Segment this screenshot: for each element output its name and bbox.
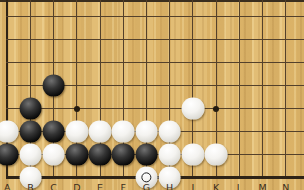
stone-black-B4 [19, 97, 42, 120]
coord-label-B: B [27, 183, 34, 190]
stone-black-B3 [19, 120, 42, 143]
grid-line [6, 62, 304, 63]
grid-line [6, 39, 304, 40]
board-crop-top-line [0, 0, 304, 2]
stone-white-G3 [135, 120, 158, 143]
stone-white-H3 [158, 120, 181, 143]
coord-label-C: C [50, 183, 57, 190]
coord-label-F: F [121, 183, 126, 190]
grid-line [285, 0, 286, 178]
go-app-screenshot: ABCDEFGHJKLMN [0, 0, 304, 190]
grid-line [262, 0, 263, 178]
stone-white-J2 [181, 143, 204, 166]
coord-label-A: A [4, 183, 11, 190]
stone-black-F2 [112, 143, 135, 166]
stone-black-G2 [135, 143, 158, 166]
stone-white-D3 [65, 120, 88, 143]
coord-label-D: D [73, 183, 80, 190]
stone-white-F3 [112, 120, 135, 143]
stone-black-A2 [0, 143, 19, 166]
stone-white-C2 [42, 143, 65, 166]
star-point-K4 [213, 106, 219, 112]
go-board[interactable]: ABCDEFGHJKLMN [0, 0, 304, 190]
stone-black-C5 [42, 74, 65, 97]
stone-white-J4 [181, 97, 204, 120]
stone-white-K2 [205, 143, 228, 166]
coord-label-M: M [258, 183, 266, 190]
stone-black-C3 [42, 120, 65, 143]
coord-label-E: E [97, 183, 103, 190]
grid-line [6, 16, 304, 17]
coord-label-N: N [282, 183, 289, 190]
star-point-D4 [74, 106, 80, 112]
coord-label-J: J [191, 183, 194, 190]
stone-white-E3 [89, 120, 112, 143]
grid-line [239, 0, 240, 178]
stone-white-B2 [19, 143, 42, 166]
coord-label-K: K [213, 183, 219, 190]
stone-white-H2 [158, 143, 181, 166]
coord-label-H: H [166, 183, 173, 190]
grid-line [6, 108, 304, 109]
coord-label-L: L [237, 183, 242, 190]
stone-black-D2 [65, 143, 88, 166]
coord-label-G: G [143, 183, 150, 190]
stone-white-A3 [0, 120, 19, 143]
stone-black-E2 [89, 143, 112, 166]
